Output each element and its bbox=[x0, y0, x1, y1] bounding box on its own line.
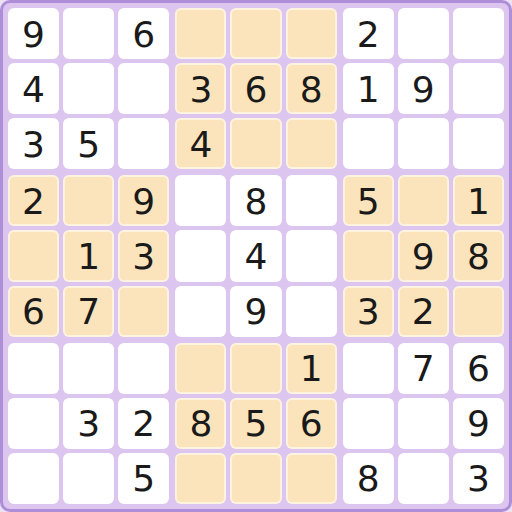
cell-digit: 3 bbox=[22, 127, 45, 163]
sudoku-box-2: 3684 bbox=[175, 8, 336, 169]
sudoku-cell-r8c1[interactable] bbox=[8, 398, 59, 449]
sudoku-cell-r3c3[interactable] bbox=[118, 118, 169, 169]
sudoku-cell-r3c1[interactable]: 3 bbox=[8, 118, 59, 169]
cell-digit: 3 bbox=[357, 294, 380, 330]
sudoku-cell-r2c3[interactable] bbox=[118, 63, 169, 114]
sudoku-cell-r5c6[interactable] bbox=[286, 230, 337, 281]
cell-digit: 7 bbox=[412, 351, 435, 387]
sudoku-cell-r9c3[interactable]: 5 bbox=[118, 453, 169, 504]
sudoku-board: 964353684219291367849519832325185676983 bbox=[0, 0, 512, 512]
cell-digit: 6 bbox=[467, 351, 490, 387]
cell-digit: 9 bbox=[412, 72, 435, 108]
sudoku-cell-r7c1[interactable] bbox=[8, 343, 59, 394]
sudoku-cell-r2c9[interactable] bbox=[453, 63, 504, 114]
cell-digit: 1 bbox=[300, 351, 323, 387]
sudoku-cell-r2c2[interactable] bbox=[63, 63, 114, 114]
cell-digit: 7 bbox=[77, 294, 100, 330]
sudoku-cell-r2c8[interactable]: 9 bbox=[398, 63, 449, 114]
cell-digit: 3 bbox=[189, 72, 212, 108]
cell-digit: 8 bbox=[467, 239, 490, 275]
sudoku-cell-r2c4[interactable]: 3 bbox=[175, 63, 226, 114]
cell-digit: 8 bbox=[300, 72, 323, 108]
sudoku-cell-r2c5[interactable]: 6 bbox=[230, 63, 281, 114]
sudoku-cell-r4c8[interactable] bbox=[398, 175, 449, 226]
cell-digit: 9 bbox=[467, 406, 490, 442]
sudoku-cell-r6c7[interactable]: 3 bbox=[343, 286, 394, 337]
cell-digit: 8 bbox=[357, 461, 380, 497]
sudoku-cell-r8c5[interactable]: 5 bbox=[230, 398, 281, 449]
sudoku-cell-r1c7[interactable]: 2 bbox=[343, 8, 394, 59]
sudoku-cell-r3c7[interactable] bbox=[343, 118, 394, 169]
cell-digit: 9 bbox=[132, 184, 155, 220]
cell-digit: 6 bbox=[22, 294, 45, 330]
cell-digit: 4 bbox=[189, 127, 212, 163]
sudoku-cell-r7c8[interactable]: 7 bbox=[398, 343, 449, 394]
sudoku-cell-r4c1[interactable]: 2 bbox=[8, 175, 59, 226]
cell-digit: 1 bbox=[467, 184, 490, 220]
cell-digit: 9 bbox=[412, 239, 435, 275]
sudoku-cell-r9c2[interactable] bbox=[63, 453, 114, 504]
cell-digit: 6 bbox=[300, 406, 323, 442]
sudoku-cell-r4c6[interactable] bbox=[286, 175, 337, 226]
sudoku-cell-r7c5[interactable] bbox=[230, 343, 281, 394]
sudoku-cell-r5c4[interactable] bbox=[175, 230, 226, 281]
sudoku-cell-r6c4[interactable] bbox=[175, 286, 226, 337]
sudoku-cell-r3c2[interactable]: 5 bbox=[63, 118, 114, 169]
sudoku-cell-r4c2[interactable] bbox=[63, 175, 114, 226]
sudoku-cell-r6c8[interactable]: 2 bbox=[398, 286, 449, 337]
cell-digit: 2 bbox=[22, 184, 45, 220]
sudoku-cell-r3c9[interactable] bbox=[453, 118, 504, 169]
sudoku-cell-r2c7[interactable]: 1 bbox=[343, 63, 394, 114]
cell-digit: 3 bbox=[132, 239, 155, 275]
sudoku-box-8: 1856 bbox=[175, 343, 336, 504]
sudoku-cell-r5c3[interactable]: 3 bbox=[118, 230, 169, 281]
cell-digit: 6 bbox=[132, 17, 155, 53]
sudoku-cell-r9c6[interactable] bbox=[286, 453, 337, 504]
sudoku-cell-r9c5[interactable] bbox=[230, 453, 281, 504]
sudoku-cell-r1c5[interactable] bbox=[230, 8, 281, 59]
sudoku-cell-r1c3[interactable]: 6 bbox=[118, 8, 169, 59]
sudoku-box-6: 519832 bbox=[343, 175, 504, 336]
cell-digit: 3 bbox=[77, 406, 100, 442]
sudoku-cell-r8c3[interactable]: 2 bbox=[118, 398, 169, 449]
sudoku-box-9: 76983 bbox=[343, 343, 504, 504]
sudoku-cell-r1c2[interactable] bbox=[63, 8, 114, 59]
sudoku-cell-r5c5[interactable]: 4 bbox=[230, 230, 281, 281]
sudoku-cell-r7c7[interactable] bbox=[343, 343, 394, 394]
cell-digit: 5 bbox=[77, 127, 100, 163]
sudoku-box-7: 325 bbox=[8, 343, 169, 504]
cell-digit: 5 bbox=[132, 461, 155, 497]
sudoku-cell-r1c1[interactable]: 9 bbox=[8, 8, 59, 59]
sudoku-box-5: 849 bbox=[175, 175, 336, 336]
sudoku-cell-r3c6[interactable] bbox=[286, 118, 337, 169]
sudoku-box-3: 219 bbox=[343, 8, 504, 169]
sudoku-cell-r6c9[interactable] bbox=[453, 286, 504, 337]
cell-digit: 3 bbox=[467, 461, 490, 497]
sudoku-cell-r5c8[interactable]: 9 bbox=[398, 230, 449, 281]
sudoku-cell-r6c3[interactable] bbox=[118, 286, 169, 337]
sudoku-cell-r1c8[interactable] bbox=[398, 8, 449, 59]
sudoku-cell-r1c4[interactable] bbox=[175, 8, 226, 59]
cell-digit: 2 bbox=[357, 17, 380, 53]
sudoku-cell-r9c9[interactable]: 3 bbox=[453, 453, 504, 504]
sudoku-cell-r9c8[interactable] bbox=[398, 453, 449, 504]
sudoku-cell-r8c6[interactable]: 6 bbox=[286, 398, 337, 449]
sudoku-cell-r7c4[interactable] bbox=[175, 343, 226, 394]
cell-digit: 2 bbox=[132, 406, 155, 442]
sudoku-cell-r9c4[interactable] bbox=[175, 453, 226, 504]
sudoku-cell-r8c8[interactable] bbox=[398, 398, 449, 449]
sudoku-cell-r4c3[interactable]: 9 bbox=[118, 175, 169, 226]
sudoku-cell-r2c1[interactable]: 4 bbox=[8, 63, 59, 114]
sudoku-cell-r8c4[interactable]: 8 bbox=[175, 398, 226, 449]
sudoku-cell-r1c9[interactable] bbox=[453, 8, 504, 59]
cell-digit: 5 bbox=[357, 184, 380, 220]
sudoku-box-4: 291367 bbox=[8, 175, 169, 336]
sudoku-cell-r8c7[interactable] bbox=[343, 398, 394, 449]
cell-digit: 1 bbox=[77, 239, 100, 275]
cell-digit: 4 bbox=[245, 239, 268, 275]
sudoku-cell-r9c7[interactable]: 8 bbox=[343, 453, 394, 504]
sudoku-box-1: 96435 bbox=[8, 8, 169, 169]
sudoku-cell-r7c6[interactable]: 1 bbox=[286, 343, 337, 394]
cell-digit: 5 bbox=[245, 406, 268, 442]
sudoku-cell-r5c9[interactable]: 8 bbox=[453, 230, 504, 281]
sudoku-cell-r8c2[interactable]: 3 bbox=[63, 398, 114, 449]
sudoku-cell-r6c5[interactable]: 9 bbox=[230, 286, 281, 337]
sudoku-cell-r4c4[interactable] bbox=[175, 175, 226, 226]
cell-digit: 4 bbox=[22, 72, 45, 108]
sudoku-cell-r3c4[interactable]: 4 bbox=[175, 118, 226, 169]
sudoku-cell-r2c6[interactable]: 8 bbox=[286, 63, 337, 114]
cell-digit: 9 bbox=[245, 294, 268, 330]
sudoku-cell-r3c5[interactable] bbox=[230, 118, 281, 169]
cell-digit: 8 bbox=[189, 406, 212, 442]
sudoku-cell-r5c2[interactable]: 1 bbox=[63, 230, 114, 281]
cell-digit: 9 bbox=[22, 17, 45, 53]
sudoku-cell-r9c1[interactable] bbox=[8, 453, 59, 504]
cell-digit: 8 bbox=[245, 184, 268, 220]
sudoku-cell-r7c2[interactable] bbox=[63, 343, 114, 394]
sudoku-cell-r4c9[interactable]: 1 bbox=[453, 175, 504, 226]
sudoku-cell-r7c3[interactable] bbox=[118, 343, 169, 394]
sudoku-cell-r3c8[interactable] bbox=[398, 118, 449, 169]
cell-digit: 1 bbox=[357, 72, 380, 108]
sudoku-cell-r6c2[interactable]: 7 bbox=[63, 286, 114, 337]
sudoku-cell-r5c1[interactable] bbox=[8, 230, 59, 281]
sudoku-cell-r4c5[interactable]: 8 bbox=[230, 175, 281, 226]
cell-digit: 2 bbox=[412, 294, 435, 330]
sudoku-cell-r4c7[interactable]: 5 bbox=[343, 175, 394, 226]
sudoku-cell-r1c6[interactable] bbox=[286, 8, 337, 59]
sudoku-cell-r8c9[interactable]: 9 bbox=[453, 398, 504, 449]
sudoku-cell-r6c1[interactable]: 6 bbox=[8, 286, 59, 337]
sudoku-cell-r7c9[interactable]: 6 bbox=[453, 343, 504, 394]
cell-digit: 6 bbox=[245, 72, 268, 108]
sudoku-cell-r6c6[interactable] bbox=[286, 286, 337, 337]
sudoku-cell-r5c7[interactable] bbox=[343, 230, 394, 281]
